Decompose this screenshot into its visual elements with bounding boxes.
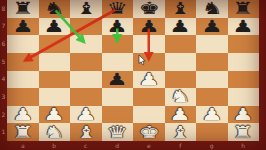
rank-labels: 87654321 bbox=[0, 0, 7, 141]
square-a7[interactable]: ♟ bbox=[7, 18, 39, 36]
piece-black-knight: ♞ bbox=[43, 0, 65, 17]
square-c7[interactable] bbox=[70, 18, 102, 36]
square-a1[interactable]: ♜ bbox=[7, 123, 39, 141]
piece-white-pawn: ♟ bbox=[232, 105, 254, 123]
piece-white-bishop: ♝ bbox=[75, 123, 97, 141]
square-g5[interactable] bbox=[196, 53, 228, 71]
file-label-h: h bbox=[228, 141, 260, 150]
square-f2[interactable]: ♟ bbox=[165, 106, 197, 124]
square-a8[interactable]: ♜ bbox=[7, 0, 39, 18]
square-d7[interactable]: ♟ bbox=[102, 18, 134, 36]
piece-white-rook: ♜ bbox=[232, 123, 254, 141]
square-c6[interactable] bbox=[70, 35, 102, 53]
square-h6[interactable] bbox=[228, 35, 260, 53]
rank-label-4: 4 bbox=[0, 71, 7, 89]
piece-white-bishop: ♝ bbox=[169, 123, 191, 141]
piece-white-pawn: ♟ bbox=[201, 105, 223, 123]
square-d1[interactable]: ♛ bbox=[102, 123, 134, 141]
square-c5[interactable] bbox=[70, 53, 102, 71]
rank-label-1: 1 bbox=[0, 123, 7, 141]
piece-black-pawn: ♟ bbox=[232, 17, 254, 35]
piece-black-pawn: ♟ bbox=[106, 17, 128, 35]
piece-black-bishop: ♝ bbox=[75, 0, 97, 17]
square-f1[interactable]: ♝ bbox=[165, 123, 197, 141]
square-c4[interactable] bbox=[70, 71, 102, 89]
rank-label-5: 5 bbox=[0, 53, 7, 71]
piece-white-knight: ♞ bbox=[43, 123, 65, 141]
square-d3[interactable] bbox=[102, 88, 134, 106]
rank-label-2: 2 bbox=[0, 106, 7, 124]
square-f6[interactable] bbox=[165, 35, 197, 53]
square-f7[interactable]: ♟ bbox=[165, 18, 197, 36]
square-h5[interactable] bbox=[228, 53, 260, 71]
square-f5[interactable] bbox=[165, 53, 197, 71]
piece-white-queen: ♛ bbox=[106, 123, 128, 141]
square-a2[interactable]: ♟ bbox=[7, 106, 39, 124]
piece-black-pawn: ♟ bbox=[169, 17, 191, 35]
square-f3[interactable]: ♞ bbox=[165, 88, 197, 106]
piece-black-knight: ♞ bbox=[201, 0, 223, 17]
square-c2[interactable]: ♟ bbox=[70, 106, 102, 124]
chess-board: ♜♞♝♛♚♝♞♜♟♟♟♟♟♟♟♟♟♞♟♟♟♟♟♟♜♞♝♛♚♝♜ bbox=[7, 0, 259, 141]
square-a3[interactable] bbox=[7, 88, 39, 106]
square-b1[interactable]: ♞ bbox=[39, 123, 71, 141]
chess-video-frame: 87654321 ♜♞♝♛♚♝♞♜♟♟♟♟♟♟♟♟♟♞♟♟♟♟♟♟♜♞♝♛♚♝♜… bbox=[0, 0, 266, 150]
square-g2[interactable]: ♟ bbox=[196, 106, 228, 124]
square-e6[interactable] bbox=[133, 35, 165, 53]
piece-white-pawn: ♟ bbox=[138, 70, 160, 88]
piece-black-pawn: ♟ bbox=[106, 70, 128, 88]
square-d5[interactable] bbox=[102, 53, 134, 71]
square-e4[interactable]: ♟ bbox=[133, 71, 165, 89]
square-g1[interactable] bbox=[196, 123, 228, 141]
square-g7[interactable]: ♟ bbox=[196, 18, 228, 36]
square-c3[interactable] bbox=[70, 88, 102, 106]
square-e8[interactable]: ♚ bbox=[133, 0, 165, 18]
square-c8[interactable]: ♝ bbox=[70, 0, 102, 18]
square-a4[interactable] bbox=[7, 71, 39, 89]
square-h8[interactable]: ♜ bbox=[228, 0, 260, 18]
square-b2[interactable]: ♟ bbox=[39, 106, 71, 124]
piece-white-pawn: ♟ bbox=[12, 105, 34, 123]
piece-black-pawn: ♟ bbox=[201, 17, 223, 35]
square-d6[interactable] bbox=[102, 35, 134, 53]
piece-white-knight: ♞ bbox=[169, 88, 191, 106]
file-label-a: a bbox=[7, 141, 39, 150]
piece-black-rook: ♜ bbox=[12, 0, 34, 17]
piece-white-pawn: ♟ bbox=[169, 105, 191, 123]
file-label-b: b bbox=[39, 141, 71, 150]
square-g8[interactable]: ♞ bbox=[196, 0, 228, 18]
rank-label-8: 8 bbox=[0, 0, 7, 18]
square-d2[interactable] bbox=[102, 106, 134, 124]
piece-black-pawn: ♟ bbox=[43, 17, 65, 35]
square-d8[interactable]: ♛ bbox=[102, 0, 134, 18]
square-g6[interactable] bbox=[196, 35, 228, 53]
file-label-c: c bbox=[70, 141, 102, 150]
piece-black-queen: ♛ bbox=[106, 0, 128, 17]
rank-label-7: 7 bbox=[0, 18, 7, 36]
square-e3[interactable] bbox=[133, 88, 165, 106]
square-e5[interactable] bbox=[133, 53, 165, 71]
file-labels: abcdefgh bbox=[7, 141, 259, 150]
square-g4[interactable] bbox=[196, 71, 228, 89]
piece-black-king: ♚ bbox=[138, 0, 160, 17]
square-b6[interactable] bbox=[39, 35, 71, 53]
square-b5[interactable] bbox=[39, 53, 71, 71]
square-c1[interactable]: ♝ bbox=[70, 123, 102, 141]
square-h2[interactable]: ♟ bbox=[228, 106, 260, 124]
square-g3[interactable] bbox=[196, 88, 228, 106]
piece-white-pawn: ♟ bbox=[43, 105, 65, 123]
rank-label-3: 3 bbox=[0, 88, 7, 106]
square-b3[interactable] bbox=[39, 88, 71, 106]
piece-black-pawn: ♟ bbox=[12, 17, 34, 35]
square-e1[interactable]: ♚ bbox=[133, 123, 165, 141]
piece-black-pawn: ♟ bbox=[138, 17, 160, 35]
square-d4[interactable]: ♟ bbox=[102, 71, 134, 89]
square-e7[interactable]: ♟ bbox=[133, 18, 165, 36]
square-b7[interactable]: ♟ bbox=[39, 18, 71, 36]
square-h1[interactable]: ♜ bbox=[228, 123, 260, 141]
square-h4[interactable] bbox=[228, 71, 260, 89]
piece-white-rook: ♜ bbox=[12, 123, 34, 141]
square-e2[interactable] bbox=[133, 106, 165, 124]
piece-white-king: ♚ bbox=[138, 123, 160, 141]
file-label-e: e bbox=[133, 141, 165, 150]
square-b4[interactable] bbox=[39, 71, 71, 89]
square-h3[interactable] bbox=[228, 88, 260, 106]
file-label-f: f bbox=[165, 141, 197, 150]
square-f8[interactable]: ♝ bbox=[165, 0, 197, 18]
piece-black-bishop: ♝ bbox=[169, 0, 191, 17]
file-label-d: d bbox=[102, 141, 134, 150]
square-a5[interactable] bbox=[7, 53, 39, 71]
square-a6[interactable] bbox=[7, 35, 39, 53]
piece-black-rook: ♜ bbox=[232, 0, 254, 17]
square-b8[interactable]: ♞ bbox=[39, 0, 71, 18]
square-h7[interactable]: ♟ bbox=[228, 18, 260, 36]
square-f4[interactable] bbox=[165, 71, 197, 89]
file-label-g: g bbox=[196, 141, 228, 150]
piece-white-pawn: ♟ bbox=[75, 105, 97, 123]
rank-label-6: 6 bbox=[0, 35, 7, 53]
